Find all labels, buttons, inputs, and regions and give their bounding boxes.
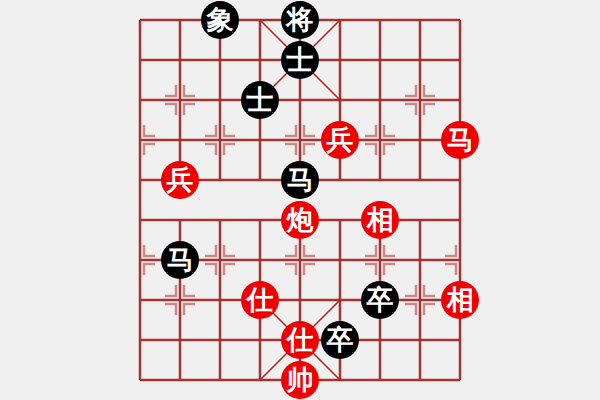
board-point-6-6[interactable] bbox=[360, 240, 400, 280]
board-point-0-1[interactable] bbox=[120, 40, 160, 80]
board-point-0-8[interactable] bbox=[120, 320, 160, 360]
board-point-7-8[interactable] bbox=[400, 320, 440, 360]
board-point-4-5[interactable]: 炮 bbox=[280, 200, 320, 240]
board-point-0-0[interactable] bbox=[120, 0, 160, 40]
board-point-2-3[interactable] bbox=[200, 120, 240, 160]
board-point-3-4[interactable] bbox=[240, 160, 280, 200]
board-point-8-9[interactable] bbox=[440, 360, 480, 400]
piece-red-soldier[interactable]: 兵 bbox=[161, 161, 199, 199]
board-point-8-7[interactable]: 相 bbox=[440, 280, 480, 320]
board-point-6-4[interactable] bbox=[360, 160, 400, 200]
board-point-2-2[interactable] bbox=[200, 80, 240, 120]
board-point-3-1[interactable] bbox=[240, 40, 280, 80]
piece-red-cannon[interactable]: 炮 bbox=[281, 201, 319, 239]
board-point-8-8[interactable] bbox=[440, 320, 480, 360]
board-point-6-0[interactable] bbox=[360, 0, 400, 40]
board-point-1-4[interactable]: 兵 bbox=[160, 160, 200, 200]
board-point-1-9[interactable] bbox=[160, 360, 200, 400]
board-point-0-3[interactable] bbox=[120, 120, 160, 160]
piece-red-horse[interactable]: 马 bbox=[441, 121, 479, 159]
board-point-4-7[interactable] bbox=[280, 280, 320, 320]
board-point-2-6[interactable] bbox=[200, 240, 240, 280]
xiangqi-app: 象将士士兵马兵马炮相马仕卒相仕卒帅 bbox=[0, 0, 600, 400]
board-point-5-7[interactable] bbox=[320, 280, 360, 320]
board-point-2-4[interactable] bbox=[200, 160, 240, 200]
board-point-4-4[interactable]: 马 bbox=[280, 160, 320, 200]
piece-black-horse[interactable]: 马 bbox=[281, 161, 319, 199]
board-point-5-5[interactable] bbox=[320, 200, 360, 240]
board-point-4-9[interactable]: 帅 bbox=[280, 360, 320, 400]
board-point-6-2[interactable] bbox=[360, 80, 400, 120]
board-point-2-9[interactable] bbox=[200, 360, 240, 400]
board-point-4-1[interactable]: 士 bbox=[280, 40, 320, 80]
board-point-5-8[interactable]: 卒 bbox=[320, 320, 360, 360]
board-point-5-4[interactable] bbox=[320, 160, 360, 200]
board-point-1-0[interactable] bbox=[160, 0, 200, 40]
board-point-3-6[interactable] bbox=[240, 240, 280, 280]
board-point-7-3[interactable] bbox=[400, 120, 440, 160]
board-point-8-6[interactable] bbox=[440, 240, 480, 280]
piece-red-advisor[interactable]: 仕 bbox=[281, 321, 319, 359]
board-point-4-3[interactable] bbox=[280, 120, 320, 160]
board-point-3-7[interactable]: 仕 bbox=[240, 280, 280, 320]
board-point-1-5[interactable] bbox=[160, 200, 200, 240]
board-point-2-7[interactable] bbox=[200, 280, 240, 320]
board-point-2-8[interactable] bbox=[200, 320, 240, 360]
board-point-0-5[interactable] bbox=[120, 200, 160, 240]
piece-black-soldier[interactable]: 卒 bbox=[321, 321, 359, 359]
board-point-5-1[interactable] bbox=[320, 40, 360, 80]
board-point-3-0[interactable] bbox=[240, 0, 280, 40]
board-point-3-3[interactable] bbox=[240, 120, 280, 160]
board-point-7-4[interactable] bbox=[400, 160, 440, 200]
piece-black-horse[interactable]: 马 bbox=[161, 241, 199, 279]
board-point-5-9[interactable] bbox=[320, 360, 360, 400]
board-point-7-5[interactable] bbox=[400, 200, 440, 240]
board-point-7-9[interactable] bbox=[400, 360, 440, 400]
board-point-3-2[interactable]: 士 bbox=[240, 80, 280, 120]
board-point-8-5[interactable] bbox=[440, 200, 480, 240]
board-point-6-5[interactable]: 相 bbox=[360, 200, 400, 240]
board-point-3-9[interactable] bbox=[240, 360, 280, 400]
piece-red-general[interactable]: 帅 bbox=[281, 361, 319, 399]
board-point-2-5[interactable] bbox=[200, 200, 240, 240]
board-point-0-4[interactable] bbox=[120, 160, 160, 200]
board-point-8-2[interactable] bbox=[440, 80, 480, 120]
board-point-2-1[interactable] bbox=[200, 40, 240, 80]
board-point-6-8[interactable] bbox=[360, 320, 400, 360]
board-point-8-1[interactable] bbox=[440, 40, 480, 80]
board-point-1-8[interactable] bbox=[160, 320, 200, 360]
piece-red-elephant[interactable]: 相 bbox=[441, 281, 479, 319]
board-point-4-0[interactable]: 将 bbox=[280, 0, 320, 40]
board-point-8-3[interactable]: 马 bbox=[440, 120, 480, 160]
board-point-3-8[interactable] bbox=[240, 320, 280, 360]
piece-red-advisor[interactable]: 仕 bbox=[241, 281, 279, 319]
board-point-8-0[interactable] bbox=[440, 0, 480, 40]
piece-black-advisor[interactable]: 士 bbox=[241, 81, 279, 119]
piece-red-elephant[interactable]: 相 bbox=[361, 201, 399, 239]
piece-black-general[interactable]: 将 bbox=[281, 1, 319, 39]
board-point-6-7[interactable]: 卒 bbox=[360, 280, 400, 320]
board-point-6-1[interactable] bbox=[360, 40, 400, 80]
board-point-5-2[interactable] bbox=[320, 80, 360, 120]
board-point-1-3[interactable] bbox=[160, 120, 200, 160]
board-point-3-5[interactable] bbox=[240, 200, 280, 240]
board-point-1-6[interactable]: 马 bbox=[160, 240, 200, 280]
board-point-0-7[interactable] bbox=[120, 280, 160, 320]
board-point-1-2[interactable] bbox=[160, 80, 200, 120]
board-point-5-6[interactable] bbox=[320, 240, 360, 280]
piece-red-soldier[interactable]: 兵 bbox=[321, 121, 359, 159]
board-point-4-2[interactable] bbox=[280, 80, 320, 120]
board-point-1-7[interactable] bbox=[160, 280, 200, 320]
board-point-6-3[interactable] bbox=[360, 120, 400, 160]
board-point-7-0[interactable] bbox=[400, 0, 440, 40]
board-point-6-9[interactable] bbox=[360, 360, 400, 400]
board-point-1-1[interactable] bbox=[160, 40, 200, 80]
board-point-5-3[interactable]: 兵 bbox=[320, 120, 360, 160]
board-point-5-0[interactable] bbox=[320, 0, 360, 40]
board-point-4-8[interactable]: 仕 bbox=[280, 320, 320, 360]
board-point-7-1[interactable] bbox=[400, 40, 440, 80]
piece-black-elephant[interactable]: 象 bbox=[201, 1, 239, 39]
board-point-0-2[interactable] bbox=[120, 80, 160, 120]
board-point-4-6[interactable] bbox=[280, 240, 320, 280]
board-point-2-0[interactable]: 象 bbox=[200, 0, 240, 40]
xiangqi-board: 象将士士兵马兵马炮相马仕卒相仕卒帅 bbox=[120, 0, 480, 400]
piece-black-advisor[interactable]: 士 bbox=[281, 41, 319, 79]
board-point-7-7[interactable] bbox=[400, 280, 440, 320]
board-point-7-6[interactable] bbox=[400, 240, 440, 280]
board-point-0-6[interactable] bbox=[120, 240, 160, 280]
board-point-0-9[interactable] bbox=[120, 360, 160, 400]
piece-black-soldier[interactable]: 卒 bbox=[361, 281, 399, 319]
board-point-8-4[interactable] bbox=[440, 160, 480, 200]
board-point-7-2[interactable] bbox=[400, 80, 440, 120]
